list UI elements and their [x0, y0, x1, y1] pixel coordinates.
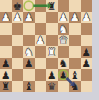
white-knight-piece[interactable]: ♞	[24, 46, 33, 57]
square-b5[interactable]	[12, 35, 24, 47]
black-pawn-piece[interactable]: ♟	[24, 58, 33, 69]
square-e7[interactable]	[46, 12, 58, 24]
black-rook-piece[interactable]: ♜	[1, 81, 10, 92]
black-pawn-piece[interactable]: ♟	[82, 58, 91, 69]
square-g6[interactable]	[69, 23, 81, 35]
black-pawn-piece[interactable]: ♟	[1, 69, 10, 80]
square-b7[interactable]: ♟	[12, 12, 24, 24]
white-pawn-piece[interactable]: ♟	[1, 12, 10, 23]
white-pawn-piece[interactable]: ♟	[36, 35, 45, 46]
black-bishop-piece[interactable]: ♝	[70, 69, 79, 80]
square-f1[interactable]	[58, 81, 70, 93]
square-a6[interactable]	[0, 23, 12, 35]
square-b2[interactable]	[12, 69, 24, 81]
square-h1[interactable]	[81, 81, 93, 93]
square-d2[interactable]	[35, 69, 47, 81]
white-pawn-piece[interactable]: ♟	[70, 12, 79, 23]
square-g7[interactable]: ♟	[69, 12, 81, 24]
square-e4[interactable]: ♜	[46, 46, 58, 58]
square-b3[interactable]	[12, 58, 24, 70]
white-pawn-piece[interactable]: ♟	[24, 12, 33, 23]
square-h3[interactable]: ♟	[81, 58, 93, 70]
square-b6[interactable]	[12, 23, 24, 35]
black-knight-piece[interactable]: ♞	[70, 81, 79, 92]
square-b1[interactable]	[12, 81, 24, 93]
square-c7[interactable]: ♟	[23, 12, 35, 24]
white-pawn-piece[interactable]: ♟	[13, 12, 22, 23]
black-queen-piece[interactable]: ♛	[47, 81, 56, 92]
white-pawn-piece[interactable]: ♟	[82, 12, 91, 23]
square-e8[interactable]: ♜	[46, 0, 58, 12]
square-g5[interactable]	[69, 35, 81, 47]
square-e1[interactable]: ♛	[46, 81, 58, 93]
square-f5[interactable]: ♛	[58, 35, 70, 47]
square-h6[interactable]	[81, 23, 93, 35]
square-d8[interactable]	[35, 0, 47, 12]
black-rook-piece[interactable]: ♜	[47, 0, 56, 11]
chess-app-window: ♚♜♟♟♟♟♟♟♞♟♛♞♜♟♟♟♞♟♟♟♟♝♜♝♛♞	[0, 0, 99, 100]
square-d1[interactable]	[35, 81, 47, 93]
square-d3[interactable]	[35, 58, 47, 70]
square-c3[interactable]: ♟	[23, 58, 35, 70]
square-f2[interactable]: ♟	[58, 69, 70, 81]
square-a7[interactable]: ♟	[0, 12, 12, 24]
square-h7[interactable]: ♟	[81, 12, 93, 24]
square-c6[interactable]	[23, 23, 35, 35]
black-king-piece[interactable]: ♚	[13, 0, 22, 11]
black-pawn-piece[interactable]: ♟	[47, 69, 56, 80]
square-e6[interactable]	[46, 23, 58, 35]
square-g1[interactable]: ♞	[69, 81, 81, 93]
square-d4[interactable]	[35, 46, 47, 58]
white-pawn-piece[interactable]: ♟	[59, 12, 68, 23]
square-h2[interactable]	[81, 69, 93, 81]
square-a1[interactable]: ♜	[0, 81, 12, 93]
black-knight-piece[interactable]: ♞	[59, 58, 68, 69]
square-b4[interactable]	[12, 46, 24, 58]
square-d5[interactable]: ♟	[35, 35, 47, 47]
black-pawn-piece[interactable]: ♟	[82, 46, 91, 57]
white-queen-piece[interactable]: ♛	[59, 35, 68, 46]
square-c1[interactable]: ♝	[23, 81, 35, 93]
chess-board[interactable]: ♚♜♟♟♟♟♟♟♞♟♛♞♜♟♟♟♞♟♟♟♟♝♜♝♛♞	[0, 0, 92, 92]
square-d7[interactable]	[35, 12, 47, 24]
white-knight-piece[interactable]: ♞	[59, 23, 68, 34]
black-pawn-piece[interactable]: ♟	[1, 58, 10, 69]
black-bishop-piece[interactable]: ♝	[24, 81, 33, 92]
black-pawn-piece[interactable]: ♟	[59, 69, 68, 80]
white-rook-piece[interactable]: ♜	[47, 46, 56, 57]
square-g4[interactable]	[69, 46, 81, 58]
square-a5[interactable]	[0, 35, 12, 47]
